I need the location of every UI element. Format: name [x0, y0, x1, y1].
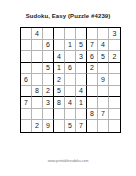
cell-r9c9 [109, 120, 120, 132]
cell-r7c5: 4 [65, 97, 76, 109]
cell-r5c3 [43, 74, 54, 86]
cell-r2c6: 5 [76, 40, 87, 52]
cell-r5c5 [65, 74, 76, 86]
cell-r9c1 [21, 120, 32, 132]
cell-r1c3 [43, 28, 54, 40]
cell-r6c1 [21, 86, 32, 98]
cell-r7c9 [109, 97, 120, 109]
cell-r8c6 [76, 109, 87, 121]
cell-r8c2 [32, 109, 43, 121]
cell-r3c6: 3 [76, 51, 87, 63]
cell-r2c1 [21, 40, 32, 52]
cell-r4c1 [21, 63, 32, 75]
cell-r1c2: 4 [32, 28, 43, 40]
cell-r5c1: 6 [21, 74, 32, 86]
cell-r8c9 [109, 109, 120, 121]
cell-r9c4 [54, 120, 65, 132]
cell-r1c1 [21, 28, 32, 40]
cell-r9c2: 2 [32, 120, 43, 132]
cell-r8c3 [43, 109, 54, 121]
cell-r6c9 [109, 86, 120, 98]
cell-r2c4 [54, 40, 65, 52]
cell-r3c7: 6 [87, 51, 98, 63]
cell-r7c6: 1 [76, 97, 87, 109]
cell-r3c3 [43, 51, 54, 63]
cell-r6c7 [87, 86, 98, 98]
cell-r4c3: 5 [43, 63, 54, 75]
cell-r8c7: 8 [87, 109, 98, 121]
cell-r1c7 [87, 28, 98, 40]
cell-r6c8 [98, 86, 109, 98]
cell-r4c5: 6 [65, 63, 76, 75]
cell-r3c5 [65, 51, 76, 63]
puzzle-title: Sudoku, Easy (Puzzle #4239) [0, 13, 136, 19]
cell-r9c6: 7 [76, 120, 87, 132]
cell-r7c7 [87, 97, 98, 109]
cell-r3c2 [32, 51, 43, 63]
cell-r8c4 [54, 109, 65, 121]
cell-r9c8 [98, 120, 109, 132]
cell-r3c8: 5 [98, 51, 109, 63]
cell-r2c8: 4 [98, 40, 109, 52]
sudoku-page: Sudoku, Easy (Puzzle #4239) 436157443652… [0, 0, 136, 176]
sudoku-board: 4361574436525162629825473841872957 [20, 27, 121, 133]
cell-r1c6 [76, 28, 87, 40]
cell-r5c8: 9 [98, 74, 109, 86]
cell-r9c5: 5 [65, 120, 76, 132]
cell-r7c8 [98, 97, 109, 109]
cell-r2c5: 1 [65, 40, 76, 52]
cell-r8c5 [65, 109, 76, 121]
cell-r8c8: 7 [98, 109, 109, 121]
cell-r4c2 [32, 63, 43, 75]
cell-r4c9 [109, 63, 120, 75]
cell-r2c3: 6 [43, 40, 54, 52]
cell-r7c1: 7 [21, 97, 32, 109]
cell-r1c8 [98, 28, 109, 40]
cell-r4c4: 1 [54, 63, 65, 75]
cell-r3c9: 2 [109, 51, 120, 63]
cell-r4c8 [98, 63, 109, 75]
cell-r6c6: 4 [76, 86, 87, 98]
cell-r9c3: 9 [43, 120, 54, 132]
cell-r3c4: 4 [54, 51, 65, 63]
cell-r7c2 [32, 97, 43, 109]
cell-r6c4: 5 [54, 86, 65, 98]
cell-r8c1 [21, 109, 32, 121]
cell-r2c9 [109, 40, 120, 52]
cell-r1c9: 3 [109, 28, 120, 40]
cell-r5c6 [76, 74, 87, 86]
cell-r1c5 [65, 28, 76, 40]
cell-r2c7: 7 [87, 40, 98, 52]
cell-r7c3: 3 [43, 97, 54, 109]
cell-r1c4 [54, 28, 65, 40]
cell-r5c4: 2 [54, 74, 65, 86]
cell-r5c7 [87, 74, 98, 86]
cell-r9c7 [87, 120, 98, 132]
cell-r4c6 [76, 63, 87, 75]
cell-r7c4: 8 [54, 97, 65, 109]
cell-r2c2 [32, 40, 43, 52]
cell-r6c3: 2 [43, 86, 54, 98]
cell-r6c5 [65, 86, 76, 98]
cell-r4c7: 2 [87, 63, 98, 75]
cell-r5c9 [109, 74, 120, 86]
cell-r3c1 [21, 51, 32, 63]
footer-url: www.printablesudoku.com [0, 159, 136, 163]
cell-r6c2: 8 [32, 86, 43, 98]
cell-r5c2 [32, 74, 43, 86]
